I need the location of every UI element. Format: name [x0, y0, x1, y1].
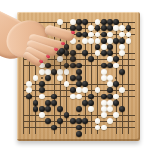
white-stone	[39, 56, 45, 62]
black-stone	[113, 100, 119, 106]
black-stone	[88, 100, 94, 106]
black-stone	[95, 44, 101, 50]
black-stone	[119, 38, 125, 44]
star-point	[41, 77, 43, 79]
white-stone	[107, 100, 113, 106]
black-stone	[76, 75, 82, 81]
black-stone	[70, 25, 76, 31]
black-stone	[82, 81, 88, 87]
black-stone	[119, 106, 125, 112]
white-stone	[70, 94, 76, 100]
black-stone	[45, 118, 51, 124]
white-stone	[76, 87, 82, 93]
white-stone	[107, 118, 113, 124]
black-stone	[107, 19, 113, 25]
white-stone	[39, 69, 45, 75]
black-stone	[33, 106, 39, 112]
white-stone	[64, 69, 70, 75]
star-point	[78, 40, 80, 42]
black-stone	[113, 19, 119, 25]
white-stone	[107, 75, 113, 81]
black-stone	[51, 100, 57, 106]
star-point	[115, 77, 117, 79]
black-stone	[113, 38, 119, 44]
black-stone	[76, 32, 82, 38]
black-stone	[76, 25, 82, 31]
white-stone	[88, 38, 94, 44]
black-stone	[39, 87, 45, 93]
star-point	[41, 40, 43, 42]
white-stone	[95, 38, 101, 44]
white-stone	[39, 112, 45, 118]
white-stone	[101, 44, 107, 50]
black-stone	[107, 94, 113, 100]
black-stone	[70, 50, 76, 56]
board-grid	[20, 19, 138, 137]
white-stone	[107, 32, 113, 38]
white-stone	[126, 38, 132, 44]
white-stone	[57, 75, 63, 81]
black-stone	[119, 69, 125, 75]
black-stone	[70, 118, 76, 124]
white-stone	[101, 75, 107, 81]
white-stone	[76, 94, 82, 100]
black-stone	[101, 63, 107, 69]
black-stone	[101, 32, 107, 38]
white-stone	[88, 106, 94, 112]
white-stone	[39, 94, 45, 100]
white-stone	[82, 38, 88, 44]
black-stone	[70, 56, 76, 62]
black-stone	[107, 44, 113, 50]
black-stone	[82, 19, 88, 25]
white-stone	[57, 69, 63, 75]
black-stone	[101, 25, 107, 31]
white-stone	[45, 69, 51, 75]
white-stone	[70, 19, 76, 25]
white-stone	[101, 112, 107, 118]
black-stone	[76, 106, 82, 112]
white-stone	[107, 38, 113, 44]
black-stone	[107, 50, 113, 56]
black-stone	[33, 100, 39, 106]
black-stone	[76, 125, 82, 131]
white-stone	[101, 100, 107, 106]
black-stone	[107, 63, 113, 69]
black-stone	[76, 81, 82, 87]
black-stone	[45, 63, 51, 69]
black-stone	[101, 38, 107, 44]
star-point	[78, 114, 80, 116]
black-stone	[107, 87, 113, 93]
go-photo-scene	[0, 0, 160, 160]
white-stone	[119, 44, 125, 50]
black-stone	[76, 44, 82, 50]
black-stone	[101, 50, 107, 56]
black-stone	[101, 19, 107, 25]
black-stone	[70, 75, 76, 81]
black-stone	[39, 106, 45, 112]
white-stone	[107, 106, 113, 112]
white-stone	[101, 106, 107, 112]
black-stone	[76, 19, 82, 25]
black-stone	[76, 69, 82, 75]
white-stone	[107, 56, 113, 62]
black-stone	[51, 69, 57, 75]
white-stone	[101, 125, 107, 131]
black-stone	[101, 94, 107, 100]
white-stone	[107, 81, 113, 87]
black-stone	[64, 44, 70, 50]
black-stone	[113, 81, 119, 87]
white-stone	[70, 38, 76, 44]
black-stone	[76, 118, 82, 124]
black-stone	[70, 63, 76, 69]
black-stone	[76, 63, 82, 69]
black-stone	[76, 131, 82, 137]
black-stone	[39, 81, 45, 87]
go-board[interactable]	[17, 12, 140, 141]
white-stone	[39, 63, 45, 69]
black-stone	[82, 50, 88, 56]
white-stone	[33, 75, 39, 81]
black-stone	[45, 106, 51, 112]
black-stone	[45, 100, 51, 106]
white-stone	[113, 112, 119, 118]
black-stone	[57, 106, 63, 112]
black-stone	[82, 100, 88, 106]
black-stone	[45, 75, 51, 81]
black-stone	[107, 25, 113, 31]
black-stone	[70, 87, 76, 93]
white-stone	[101, 69, 107, 75]
